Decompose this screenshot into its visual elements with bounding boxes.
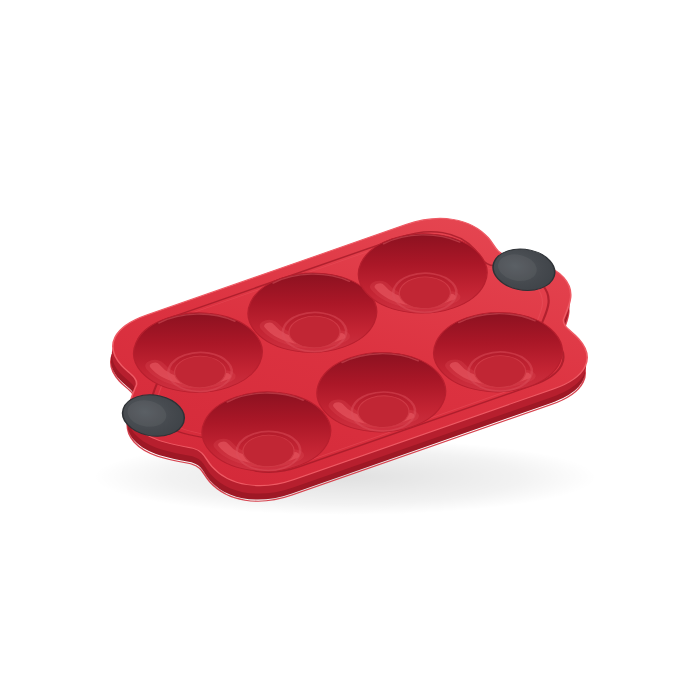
muffin-pan-product-image [0,0,700,700]
product-photo-canvas [0,0,700,700]
